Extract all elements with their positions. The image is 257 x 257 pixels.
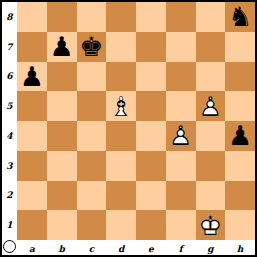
rank-label-6: 6: [2, 62, 17, 92]
white-king-outline: ♔: [196, 210, 226, 240]
square-d3[interactable]: [106, 151, 136, 181]
rank-labels: 87654321: [2, 2, 17, 240]
square-g5[interactable]: ♟♙: [196, 91, 226, 121]
square-g8[interactable]: [196, 2, 226, 32]
black-pawn-glyph: ♟: [225, 121, 255, 151]
square-h2[interactable]: [225, 181, 255, 211]
square-f6[interactable]: [166, 62, 196, 92]
chess-diagram: 87654321 ♞♟♚♟♝♗♟♙♟♙♟♚♔ abcdefgh: [0, 0, 257, 257]
file-label-c: c: [77, 240, 107, 255]
square-d7[interactable]: [106, 32, 136, 62]
square-b7[interactable]: ♟: [47, 32, 77, 62]
square-g7[interactable]: [196, 32, 226, 62]
square-a7[interactable]: [17, 32, 47, 62]
rank-label-8: 8: [2, 2, 17, 32]
square-a4[interactable]: [17, 121, 47, 151]
file-labels: abcdefgh: [17, 240, 255, 255]
square-g4[interactable]: [196, 121, 226, 151]
rank-label-3: 3: [2, 151, 17, 181]
square-e4[interactable]: [136, 121, 166, 151]
square-a2[interactable]: [17, 181, 47, 211]
square-a8[interactable]: [17, 2, 47, 32]
rank-label-5: 5: [2, 91, 17, 121]
square-h1[interactable]: [225, 210, 255, 240]
square-e1[interactable]: [136, 210, 166, 240]
square-b8[interactable]: [47, 2, 77, 32]
square-b1[interactable]: [47, 210, 77, 240]
square-b4[interactable]: [47, 121, 77, 151]
square-h5[interactable]: [225, 91, 255, 121]
black-pawn[interactable]: ♟: [225, 121, 255, 151]
square-f3[interactable]: [166, 151, 196, 181]
square-b5[interactable]: [47, 91, 77, 121]
black-pawn[interactable]: ♟: [47, 32, 77, 62]
square-b3[interactable]: [47, 151, 77, 181]
black-king-glyph: ♚: [77, 32, 107, 62]
square-f2[interactable]: [166, 181, 196, 211]
white-pawn-outline: ♙: [166, 121, 196, 151]
square-c7[interactable]: ♚: [77, 32, 107, 62]
square-c2[interactable]: [77, 181, 107, 211]
white-king[interactable]: ♚♔: [196, 210, 226, 240]
square-c5[interactable]: [77, 91, 107, 121]
square-c1[interactable]: [77, 210, 107, 240]
square-d8[interactable]: [106, 2, 136, 32]
chess-board[interactable]: ♞♟♚♟♝♗♟♙♟♙♟♚♔: [17, 2, 255, 240]
square-a6[interactable]: ♟: [17, 62, 47, 92]
square-f4[interactable]: ♟♙: [166, 121, 196, 151]
white-pawn-outline: ♙: [196, 91, 226, 121]
square-e8[interactable]: [136, 2, 166, 32]
square-e3[interactable]: [136, 151, 166, 181]
square-f7[interactable]: [166, 32, 196, 62]
black-knight[interactable]: ♞: [225, 2, 255, 32]
square-d4[interactable]: [106, 121, 136, 151]
black-pawn-glyph: ♟: [47, 32, 77, 62]
black-pawn-glyph: ♟: [17, 62, 47, 92]
square-h4[interactable]: ♟: [225, 121, 255, 151]
rank-label-1: 1: [2, 210, 17, 240]
file-label-h: h: [225, 240, 255, 255]
white-pawn[interactable]: ♟♙: [196, 91, 226, 121]
square-f8[interactable]: [166, 2, 196, 32]
black-knight-glyph: ♞: [225, 2, 255, 32]
square-h8[interactable]: ♞: [225, 2, 255, 32]
square-e6[interactable]: [136, 62, 166, 92]
file-label-g: g: [196, 240, 226, 255]
square-e7[interactable]: [136, 32, 166, 62]
square-a1[interactable]: [17, 210, 47, 240]
square-b6[interactable]: [47, 62, 77, 92]
white-pawn[interactable]: ♟♙: [166, 121, 196, 151]
square-g6[interactable]: [196, 62, 226, 92]
white-bishop[interactable]: ♝♗: [106, 91, 136, 121]
file-label-f: f: [166, 240, 196, 255]
square-d2[interactable]: [106, 181, 136, 211]
black-pawn[interactable]: ♟: [17, 62, 47, 92]
white-to-move-indicator: [3, 240, 16, 253]
square-d1[interactable]: [106, 210, 136, 240]
square-f1[interactable]: [166, 210, 196, 240]
square-e2[interactable]: [136, 181, 166, 211]
square-g2[interactable]: [196, 181, 226, 211]
file-label-e: e: [136, 240, 166, 255]
square-d6[interactable]: [106, 62, 136, 92]
square-e5[interactable]: [136, 91, 166, 121]
square-g3[interactable]: [196, 151, 226, 181]
square-h3[interactable]: [225, 151, 255, 181]
rank-label-4: 4: [2, 121, 17, 151]
square-b2[interactable]: [47, 181, 77, 211]
white-bishop-outline: ♗: [106, 91, 136, 121]
square-c6[interactable]: [77, 62, 107, 92]
file-label-d: d: [106, 240, 136, 255]
file-label-b: b: [47, 240, 77, 255]
square-h6[interactable]: [225, 62, 255, 92]
file-label-a: a: [17, 240, 47, 255]
square-d5[interactable]: ♝♗: [106, 91, 136, 121]
square-h7[interactable]: [225, 32, 255, 62]
square-f5[interactable]: [166, 91, 196, 121]
square-a5[interactable]: [17, 91, 47, 121]
rank-label-2: 2: [2, 181, 17, 211]
square-c4[interactable]: [77, 121, 107, 151]
rank-label-7: 7: [2, 32, 17, 62]
black-king[interactable]: ♚: [77, 32, 107, 62]
square-c8[interactable]: [77, 2, 107, 32]
square-c3[interactable]: [77, 151, 107, 181]
square-a3[interactable]: [17, 151, 47, 181]
square-g1[interactable]: ♚♔: [196, 210, 226, 240]
